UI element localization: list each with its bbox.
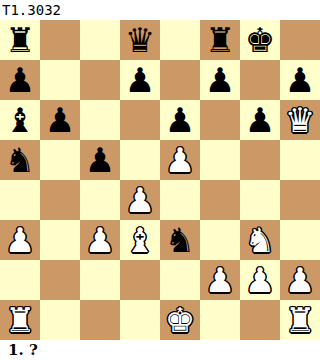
diagram-header: T1.3032 [0,0,320,20]
square-c8[interactable] [80,20,120,60]
square-d6[interactable] [120,100,160,140]
piece-white-pawn: ♟ [5,220,35,260]
piece-white-king: ♚ [165,300,195,340]
piece-black-pawn: ♟ [125,60,155,100]
square-b4[interactable] [40,180,80,220]
square-g7[interactable] [240,60,280,100]
piece-white-pawn: ♟ [205,260,235,300]
piece-black-rook: ♜ [5,20,35,60]
square-a2[interactable] [0,260,40,300]
piece-white-bishop: ♝ [125,220,155,260]
square-c1[interactable] [80,300,120,340]
piece-black-pawn: ♟ [5,60,35,100]
square-e3[interactable]: ♞ [160,220,200,260]
square-d1[interactable] [120,300,160,340]
square-a8[interactable]: ♜ [0,20,40,60]
square-d3[interactable]: ♝ [120,220,160,260]
square-d4[interactable]: ♟ [120,180,160,220]
piece-white-rook: ♜ [5,300,35,340]
piece-white-knight: ♞ [245,220,275,260]
square-e4[interactable] [160,180,200,220]
piece-white-pawn: ♟ [245,260,275,300]
square-d5[interactable] [120,140,160,180]
square-b5[interactable] [40,140,80,180]
piece-white-pawn: ♟ [85,220,115,260]
square-g1[interactable] [240,300,280,340]
square-b1[interactable] [40,300,80,340]
square-b2[interactable] [40,260,80,300]
square-f6[interactable] [200,100,240,140]
square-g2[interactable]: ♟ [240,260,280,300]
square-h2[interactable]: ♟ [280,260,320,300]
square-g4[interactable] [240,180,280,220]
square-h7[interactable]: ♟ [280,60,320,100]
square-f4[interactable] [200,180,240,220]
square-c6[interactable] [80,100,120,140]
diagram-footer: 1. ? [0,340,320,360]
piece-black-king: ♚ [245,20,275,60]
square-b7[interactable] [40,60,80,100]
square-h4[interactable] [280,180,320,220]
piece-white-pawn: ♟ [125,180,155,220]
square-c7[interactable] [80,60,120,100]
puzzle-id-label: T1.3032 [0,0,61,20]
square-f3[interactable] [200,220,240,260]
square-b8[interactable] [40,20,80,60]
square-g6[interactable]: ♟ [240,100,280,140]
piece-white-pawn: ♟ [285,260,315,300]
square-e2[interactable] [160,260,200,300]
square-h6[interactable]: ♛ [280,100,320,140]
piece-black-rook: ♜ [205,20,235,60]
square-f7[interactable]: ♟ [200,60,240,100]
piece-black-pawn: ♟ [245,100,275,140]
square-b6[interactable]: ♟ [40,100,80,140]
piece-black-bishop: ♝ [5,100,35,140]
square-c5[interactable]: ♟ [80,140,120,180]
square-d8[interactable]: ♛ [120,20,160,60]
piece-white-queen: ♛ [285,100,315,140]
square-a3[interactable]: ♟ [0,220,40,260]
square-e5[interactable]: ♟ [160,140,200,180]
square-e6[interactable]: ♟ [160,100,200,140]
square-g5[interactable] [240,140,280,180]
move-prompt-label: 1. ? [0,340,38,360]
square-a1[interactable]: ♜ [0,300,40,340]
piece-black-knight: ♞ [5,140,35,180]
square-h8[interactable] [280,20,320,60]
square-h5[interactable] [280,140,320,180]
square-a4[interactable] [0,180,40,220]
square-c3[interactable]: ♟ [80,220,120,260]
square-d7[interactable]: ♟ [120,60,160,100]
piece-white-pawn: ♟ [165,140,195,180]
square-f8[interactable]: ♜ [200,20,240,60]
square-e8[interactable] [160,20,200,60]
square-c4[interactable] [80,180,120,220]
square-e7[interactable] [160,60,200,100]
square-e1[interactable]: ♚ [160,300,200,340]
piece-black-pawn: ♟ [165,100,195,140]
square-a6[interactable]: ♝ [0,100,40,140]
piece-black-pawn: ♟ [285,60,315,100]
square-a7[interactable]: ♟ [0,60,40,100]
square-g8[interactable]: ♚ [240,20,280,60]
square-a5[interactable]: ♞ [0,140,40,180]
square-h1[interactable]: ♜ [280,300,320,340]
square-f1[interactable] [200,300,240,340]
piece-black-pawn: ♟ [45,100,75,140]
square-f2[interactable]: ♟ [200,260,240,300]
piece-white-rook: ♜ [285,300,315,340]
square-b3[interactable] [40,220,80,260]
square-d2[interactable] [120,260,160,300]
piece-black-queen: ♛ [125,20,155,60]
square-c2[interactable] [80,260,120,300]
square-f5[interactable] [200,140,240,180]
square-h3[interactable] [280,220,320,260]
piece-black-pawn: ♟ [85,140,115,180]
square-g3[interactable]: ♞ [240,220,280,260]
chess-board: ♜♛♜♚♟♟♟♟♝♟♟♟♛♞♟♟♟♟♟♝♞♞♟♟♟♜♚♜ [0,20,320,340]
piece-black-knight: ♞ [165,220,195,260]
piece-black-pawn: ♟ [205,60,235,100]
